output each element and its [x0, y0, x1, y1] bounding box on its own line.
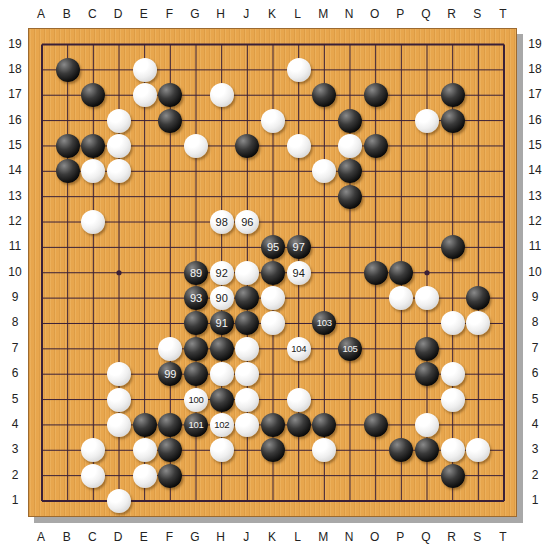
col-label-top-K: K — [268, 7, 276, 21]
stone-R8[interactable] — [441, 311, 465, 335]
stone-P10[interactable] — [389, 261, 413, 285]
col-label-bottom-R: R — [447, 530, 456, 544]
row-label-right-6: 6 — [532, 366, 539, 380]
row-label-left-19: 19 — [8, 37, 21, 51]
stone-E18[interactable] — [133, 58, 157, 82]
stone-R5[interactable] — [441, 388, 465, 412]
row-label-right-11: 11 — [529, 239, 541, 253]
row-label-left-11: 11 — [9, 239, 21, 253]
row-label-left-8: 8 — [12, 315, 19, 329]
stone-S8[interactable] — [466, 311, 490, 335]
row-label-left-1: 1 — [12, 493, 19, 507]
stone-K10[interactable] — [261, 261, 285, 285]
stone-P9[interactable] — [389, 286, 413, 310]
col-label-bottom-D: D — [114, 530, 123, 544]
row-label-left-10: 10 — [8, 265, 21, 279]
row-label-right-2: 2 — [532, 468, 539, 482]
col-label-top-C: C — [88, 7, 97, 21]
stone-L4[interactable] — [287, 413, 311, 437]
stone-K11[interactable]: 95 — [261, 235, 285, 259]
col-label-bottom-N: N — [345, 530, 354, 544]
stone-G15[interactable] — [184, 134, 208, 158]
stone-D14[interactable] — [107, 159, 131, 183]
stone-G5[interactable]: 100 — [184, 388, 208, 412]
col-label-bottom-L: L — [294, 530, 301, 544]
stone-L11[interactable]: 97 — [287, 235, 311, 259]
stone-C14[interactable] — [81, 159, 105, 183]
stone-D6[interactable] — [107, 362, 131, 386]
stone-J5[interactable] — [235, 388, 259, 412]
stone-R11[interactable] — [441, 235, 465, 259]
stone-G4[interactable]: 101 — [184, 413, 208, 437]
stone-E3[interactable] — [133, 438, 157, 462]
row-label-left-4: 4 — [12, 417, 19, 431]
row-label-left-16: 16 — [8, 113, 21, 127]
col-label-top-O: O — [370, 7, 379, 21]
stone-N13[interactable] — [338, 185, 362, 209]
col-label-bottom-M: M — [318, 530, 328, 544]
stone-P3[interactable] — [389, 438, 413, 462]
stone-M8[interactable]: 103 — [312, 311, 336, 335]
stone-Q16[interactable] — [415, 109, 439, 133]
col-label-top-T: T — [499, 7, 506, 21]
col-label-top-J: J — [243, 7, 249, 21]
stone-J4[interactable] — [235, 413, 259, 437]
stone-L10[interactable]: 94 — [287, 261, 311, 285]
stones-layer: 9896959789929493909110310410599100101102 — [29, 29, 516, 516]
go-board[interactable]: 9896959789929493909110310410599100101102 — [28, 28, 517, 517]
row-label-right-4: 4 — [532, 417, 539, 431]
row-label-left-13: 13 — [8, 189, 21, 203]
col-label-bottom-K: K — [268, 530, 276, 544]
stone-O4[interactable] — [364, 413, 388, 437]
stone-M4[interactable] — [312, 413, 336, 437]
col-label-top-H: H — [216, 7, 225, 21]
col-label-top-M: M — [318, 7, 328, 21]
stone-M14[interactable] — [312, 159, 336, 183]
stone-K3[interactable] — [261, 438, 285, 462]
stone-C12[interactable] — [81, 210, 105, 234]
col-label-bottom-C: C — [88, 530, 97, 544]
stone-H4[interactable]: 102 — [210, 413, 234, 437]
stone-N7[interactable]: 105 — [338, 337, 362, 361]
stone-J10[interactable] — [235, 261, 259, 285]
stone-L18[interactable] — [287, 58, 311, 82]
stone-Q6[interactable] — [415, 362, 439, 386]
row-label-right-9: 9 — [532, 290, 539, 304]
row-label-right-1: 1 — [532, 493, 539, 507]
col-label-top-A: A — [37, 7, 45, 21]
row-label-left-9: 9 — [12, 290, 19, 304]
stone-K9[interactable] — [261, 286, 285, 310]
row-label-left-6: 6 — [12, 366, 19, 380]
stone-L7[interactable]: 104 — [287, 337, 311, 361]
stone-L15[interactable] — [287, 134, 311, 158]
stone-E17[interactable] — [133, 83, 157, 107]
stone-H17[interactable] — [210, 83, 234, 107]
col-label-bottom-G: G — [190, 530, 199, 544]
col-label-bottom-S: S — [473, 530, 481, 544]
stone-M17[interactable] — [312, 83, 336, 107]
stone-D16[interactable] — [107, 109, 131, 133]
col-label-top-P: P — [396, 7, 404, 21]
col-label-bottom-H: H — [216, 530, 225, 544]
stone-C2[interactable] — [81, 464, 105, 488]
stone-H8[interactable]: 91 — [210, 311, 234, 335]
stone-R2[interactable] — [441, 464, 465, 488]
row-label-left-12: 12 — [8, 214, 21, 228]
stone-K4[interactable] — [261, 413, 285, 437]
stone-F6[interactable]: 99 — [158, 362, 182, 386]
col-label-bottom-O: O — [370, 530, 379, 544]
row-label-right-14: 14 — [528, 163, 541, 177]
stone-M3[interactable] — [312, 438, 336, 462]
row-label-right-13: 13 — [528, 189, 541, 203]
stone-E4[interactable] — [133, 413, 157, 437]
stone-G6[interactable] — [184, 362, 208, 386]
stone-N15[interactable] — [338, 134, 362, 158]
stone-K8[interactable] — [261, 311, 285, 335]
stone-F16[interactable] — [158, 109, 182, 133]
row-label-right-8: 8 — [532, 315, 539, 329]
stone-C17[interactable] — [81, 83, 105, 107]
stone-R16[interactable] — [441, 109, 465, 133]
stone-D15[interactable] — [107, 134, 131, 158]
col-label-bottom-Q: Q — [421, 530, 430, 544]
stone-C15[interactable] — [81, 134, 105, 158]
stone-H12[interactable]: 98 — [210, 210, 234, 234]
row-label-right-5: 5 — [532, 392, 539, 406]
stone-Q3[interactable] — [415, 438, 439, 462]
stone-F3[interactable] — [158, 438, 182, 462]
col-label-bottom-A: A — [37, 530, 45, 544]
row-label-right-18: 18 — [528, 62, 541, 76]
col-label-top-E: E — [140, 7, 148, 21]
stone-J12[interactable]: 96 — [235, 210, 259, 234]
row-label-left-15: 15 — [8, 138, 21, 152]
col-label-bottom-E: E — [140, 530, 148, 544]
go-diagram: ABCDEFGHJKLMNOPQRST ABCDEFGHJKLMNOPQRST … — [0, 0, 550, 550]
stone-D5[interactable] — [107, 388, 131, 412]
row-label-right-16: 16 — [528, 113, 541, 127]
stone-H3[interactable] — [210, 438, 234, 462]
stone-E2[interactable] — [133, 464, 157, 488]
col-label-bottom-F: F — [166, 530, 173, 544]
col-label-top-Q: Q — [421, 7, 430, 21]
stone-D4[interactable] — [107, 413, 131, 437]
row-label-left-18: 18 — [8, 62, 21, 76]
stone-F4[interactable] — [158, 413, 182, 437]
stone-H9[interactable]: 90 — [210, 286, 234, 310]
stone-J9[interactable] — [235, 286, 259, 310]
stone-O17[interactable] — [364, 83, 388, 107]
row-label-left-2: 2 — [12, 468, 19, 482]
col-label-bottom-J: J — [243, 530, 249, 544]
row-label-right-15: 15 — [528, 138, 541, 152]
row-label-right-19: 19 — [528, 37, 541, 51]
stone-F7[interactable] — [158, 337, 182, 361]
row-label-left-14: 14 — [8, 163, 21, 177]
col-label-top-L: L — [294, 7, 301, 21]
stone-C3[interactable] — [81, 438, 105, 462]
stone-Q7[interactable] — [415, 337, 439, 361]
stone-K16[interactable] — [261, 109, 285, 133]
stone-F2[interactable] — [158, 464, 182, 488]
stone-R17[interactable] — [441, 83, 465, 107]
stone-G9[interactable]: 93 — [184, 286, 208, 310]
stone-B15[interactable] — [56, 134, 80, 158]
stone-R3[interactable] — [441, 438, 465, 462]
stone-J7[interactable] — [235, 337, 259, 361]
stone-G8[interactable] — [184, 311, 208, 335]
row-label-left-7: 7 — [12, 341, 19, 355]
stone-B18[interactable] — [56, 58, 80, 82]
stone-J15[interactable] — [235, 134, 259, 158]
row-label-left-5: 5 — [12, 392, 19, 406]
stone-N14[interactable] — [338, 159, 362, 183]
row-label-left-3: 3 — [12, 442, 19, 456]
col-label-bottom-B: B — [63, 530, 71, 544]
stone-H10[interactable]: 92 — [210, 261, 234, 285]
row-label-right-17: 17 — [528, 87, 541, 101]
stone-H6[interactable] — [210, 362, 234, 386]
col-label-top-R: R — [447, 7, 456, 21]
col-label-top-S: S — [473, 7, 481, 21]
col-label-bottom-P: P — [396, 530, 404, 544]
col-label-top-B: B — [63, 7, 71, 21]
row-label-left-17: 17 — [8, 87, 21, 101]
row-label-right-12: 12 — [528, 214, 541, 228]
stone-J6[interactable] — [235, 362, 259, 386]
stone-H7[interactable] — [210, 337, 234, 361]
row-label-right-10: 10 — [528, 265, 541, 279]
stone-R6[interactable] — [441, 362, 465, 386]
stone-S3[interactable] — [466, 438, 490, 462]
stone-J8[interactable] — [235, 311, 259, 335]
col-label-top-G: G — [190, 7, 199, 21]
stone-G7[interactable] — [184, 337, 208, 361]
col-label-bottom-T: T — [499, 530, 506, 544]
stone-F17[interactable] — [158, 83, 182, 107]
col-label-top-D: D — [114, 7, 123, 21]
row-label-right-3: 3 — [532, 442, 539, 456]
stone-S9[interactable] — [466, 286, 490, 310]
stone-Q9[interactable] — [415, 286, 439, 310]
stone-L5[interactable] — [287, 388, 311, 412]
stone-N16[interactable] — [338, 109, 362, 133]
row-label-right-7: 7 — [532, 341, 539, 355]
stone-O15[interactable] — [364, 134, 388, 158]
stone-H5[interactable] — [210, 388, 234, 412]
stone-B14[interactable] — [56, 159, 80, 183]
stone-O10[interactable] — [364, 261, 388, 285]
col-label-top-F: F — [166, 7, 173, 21]
col-label-top-N: N — [345, 7, 354, 21]
stone-G10[interactable]: 89 — [184, 261, 208, 285]
stone-D1[interactable] — [107, 489, 131, 513]
stone-Q4[interactable] — [415, 413, 439, 437]
